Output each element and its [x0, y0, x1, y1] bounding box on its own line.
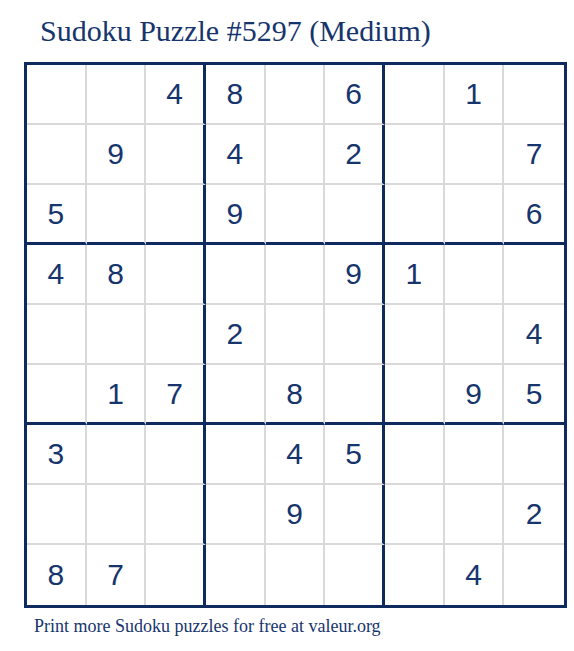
- sudoku-cell-r1c6: 6: [325, 65, 385, 125]
- sudoku-cell-r8c6: [325, 485, 385, 545]
- sudoku-cell-r4c6: 9: [325, 245, 385, 305]
- cell-digit: 2: [345, 137, 362, 171]
- sudoku-cell-r9c3: [146, 545, 206, 605]
- sudoku-cell-r3c3: [146, 185, 206, 245]
- sudoku-cell-r5c4: 2: [206, 305, 266, 365]
- cell-digit: 9: [226, 197, 243, 231]
- sudoku-cell-r7c7: [385, 425, 445, 485]
- sudoku-cell-r5c7: [385, 305, 445, 365]
- sudoku-cell-r2c9: 7: [504, 125, 564, 185]
- sudoku-cell-r8c9: 2: [504, 485, 564, 545]
- sudoku-cell-r7c6: 5: [325, 425, 385, 485]
- sudoku-cell-r6c8: 9: [445, 365, 505, 425]
- cell-digit: 4: [526, 317, 543, 351]
- sudoku-cell-r7c4: [206, 425, 266, 485]
- sudoku-cell-r3c7: [385, 185, 445, 245]
- sudoku-cell-r1c5: [266, 65, 326, 125]
- sudoku-cell-r5c1: [27, 305, 87, 365]
- sudoku-cell-r4c8: [445, 245, 505, 305]
- sudoku-cell-r2c5: [266, 125, 326, 185]
- cell-digit: 8: [226, 77, 243, 111]
- sudoku-cell-r6c5: 8: [266, 365, 326, 425]
- cell-digit: 6: [345, 77, 362, 111]
- sudoku-cell-r8c4: [206, 485, 266, 545]
- sudoku-cell-r8c1: [27, 485, 87, 545]
- sudoku-cell-r7c5: 4: [266, 425, 326, 485]
- sudoku-cell-r8c2: [87, 485, 147, 545]
- cell-digit: 6: [526, 197, 543, 231]
- cell-digit: 8: [47, 558, 64, 592]
- cell-digit: 9: [107, 137, 124, 171]
- sudoku-cell-r4c4: [206, 245, 266, 305]
- sudoku-cell-r2c4: 4: [206, 125, 266, 185]
- sudoku-cell-r5c3: [146, 305, 206, 365]
- cell-digit: 4: [166, 77, 183, 111]
- sudoku-cell-r7c2: [87, 425, 147, 485]
- cell-digit: 1: [465, 77, 482, 111]
- sudoku-cell-r9c5: [266, 545, 326, 605]
- cell-digit: 9: [286, 497, 303, 531]
- cell-digit: 4: [465, 558, 482, 592]
- sudoku-cell-r4c5: [266, 245, 326, 305]
- sudoku-cell-r3c1: 5: [27, 185, 87, 245]
- sudoku-cell-r2c3: [146, 125, 206, 185]
- sudoku-cell-r9c2: 7: [87, 545, 147, 605]
- sudoku-cell-r5c5: [266, 305, 326, 365]
- cell-digit: 1: [107, 377, 124, 411]
- sudoku-cell-r1c4: 8: [206, 65, 266, 125]
- sudoku-cell-r4c1: 4: [27, 245, 87, 305]
- cell-digit: 4: [226, 137, 243, 171]
- sudoku-cell-r9c8: 4: [445, 545, 505, 605]
- sudoku-cell-r8c5: 9: [266, 485, 326, 545]
- sudoku-cell-r4c3: [146, 245, 206, 305]
- sudoku-cell-r1c2: [87, 65, 147, 125]
- sudoku-cell-r9c1: 8: [27, 545, 87, 605]
- sudoku-cell-r7c1: 3: [27, 425, 87, 485]
- sudoku-cell-r2c2: 9: [87, 125, 147, 185]
- sudoku-cell-r8c3: [146, 485, 206, 545]
- sudoku-cell-r9c4: [206, 545, 266, 605]
- sudoku-cell-r9c7: [385, 545, 445, 605]
- sudoku-cell-r3c6: [325, 185, 385, 245]
- cell-digit: 8: [286, 377, 303, 411]
- sudoku-cell-r6c9: 5: [504, 365, 564, 425]
- sudoku-cell-r7c9: [504, 425, 564, 485]
- sudoku-cell-r9c6: [325, 545, 385, 605]
- sudoku-cell-r7c3: [146, 425, 206, 485]
- cell-digit: 8: [107, 257, 124, 291]
- sudoku-cell-r7c8: [445, 425, 505, 485]
- sudoku-cell-r4c9: [504, 245, 564, 305]
- sudoku-cell-r3c9: 6: [504, 185, 564, 245]
- cell-digit: 7: [526, 137, 543, 171]
- sudoku-cell-r2c8: [445, 125, 505, 185]
- sudoku-cell-r5c8: [445, 305, 505, 365]
- sudoku-cell-r6c4: [206, 365, 266, 425]
- sudoku-cell-r4c2: 8: [87, 245, 147, 305]
- cell-digit: 9: [465, 377, 482, 411]
- sudoku-cell-r8c7: [385, 485, 445, 545]
- cell-digit: 4: [286, 437, 303, 471]
- sudoku-cell-r3c2: [87, 185, 147, 245]
- sudoku-cell-r4c7: 1: [385, 245, 445, 305]
- sudoku-cell-r5c9: 4: [504, 305, 564, 365]
- cell-digit: 5: [47, 197, 64, 231]
- cell-digit: 5: [345, 437, 362, 471]
- page-title: Sudoku Puzzle #5297 (Medium): [40, 14, 431, 47]
- sudoku-cell-r3c5: [266, 185, 326, 245]
- sudoku-cell-r3c4: 9: [206, 185, 266, 245]
- cell-digit: 5: [526, 377, 543, 411]
- sudoku-cell-r1c9: [504, 65, 564, 125]
- cell-digit: 2: [526, 497, 543, 531]
- sudoku-cell-r8c8: [445, 485, 505, 545]
- sudoku-cell-r1c7: [385, 65, 445, 125]
- footer-text: Print more Sudoku puzzles for free at va…: [34, 616, 381, 637]
- sudoku-cell-r6c2: 1: [87, 365, 147, 425]
- sudoku-cell-r9c9: [504, 545, 564, 605]
- sudoku-cell-r1c1: [27, 65, 87, 125]
- sudoku-cell-r6c1: [27, 365, 87, 425]
- sudoku-cell-r5c6: [325, 305, 385, 365]
- cell-digit: 7: [107, 558, 124, 592]
- sudoku-cell-r2c1: [27, 125, 87, 185]
- cell-digit: 1: [405, 257, 422, 291]
- sudoku-board: 486194275964891241789534592874: [24, 62, 567, 608]
- sudoku-cell-r2c6: 2: [325, 125, 385, 185]
- cell-digit: 9: [345, 257, 362, 291]
- cell-digit: 2: [226, 317, 243, 351]
- sudoku-cell-r6c6: [325, 365, 385, 425]
- cell-digit: 3: [47, 437, 64, 471]
- sudoku-cell-r6c3: 7: [146, 365, 206, 425]
- sudoku-cell-r1c8: 1: [445, 65, 505, 125]
- sudoku-cell-r5c2: [87, 305, 147, 365]
- sudoku-cell-r3c8: [445, 185, 505, 245]
- cell-digit: 4: [47, 257, 64, 291]
- sudoku-cell-r6c7: [385, 365, 445, 425]
- cell-digit: 7: [166, 377, 183, 411]
- page: Sudoku Puzzle #5297 (Medium) 48619427596…: [0, 0, 574, 651]
- sudoku-cell-r1c3: 4: [146, 65, 206, 125]
- sudoku-cell-r2c7: [385, 125, 445, 185]
